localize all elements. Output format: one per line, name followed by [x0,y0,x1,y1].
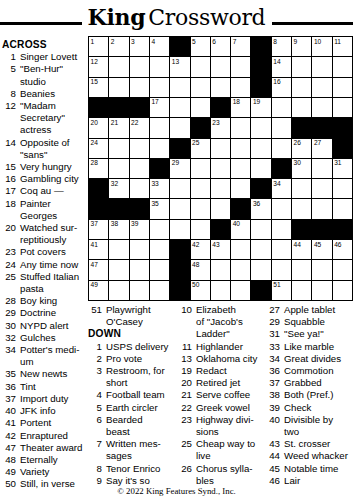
grid-cell-r4c10[interactable] [272,98,292,118]
grid-cell-r7c2[interactable] [109,159,129,179]
grid-cell-r1c12[interactable]: 10 [312,37,332,57]
grid-cell-r3c4[interactable] [150,78,170,98]
clue-item: 15Very hungry [2,161,88,173]
clue-number: 23 [178,414,196,426]
clue-number: 51 [88,304,106,316]
grid-cell-r5c3[interactable]: 22 [130,118,150,138]
grid-cell-r7c9[interactable] [251,159,271,179]
black-cell-r10c11 [292,220,312,240]
grid-cell-r11c1[interactable]: 41 [89,240,109,260]
clue-number: 22 [178,402,196,414]
grid-cell-r7c3[interactable] [130,159,150,179]
grid-cell-r5c2[interactable]: 21 [109,118,129,138]
grid-cell-r9c10[interactable] [272,199,292,219]
grid-cell-r1c13[interactable]: 11 [333,37,353,57]
cell-number: 23 [212,119,219,126]
grid-cell-r8c5[interactable] [170,179,190,199]
clue-number: 12 [2,100,20,112]
black-cell-r10c7 [211,220,231,240]
clue-item: 3Restroom, for short [88,365,177,389]
clue-item: 5"Ben-Hur" studio [2,63,88,87]
grid-cell-r12c3[interactable] [130,260,150,280]
grid-cell-r2c5[interactable]: 13 [170,57,190,77]
grid-cell-r1c3[interactable]: 3 [130,37,150,57]
grid-cell-r12c10[interactable] [272,260,292,280]
grid-cell-r11c10[interactable] [272,240,292,260]
clue-text: Watched sur- reptitiously [20,222,86,246]
grid-cell-r6c6[interactable]: 25 [191,139,211,159]
clue-text: Serve coffee [196,389,262,401]
black-cell-r9c3 [130,199,150,219]
grid-cell-r11c3[interactable] [130,240,150,260]
clue-item: 39Check [266,402,353,414]
clue-text: Painter Georges [20,198,86,222]
clue-text: "Ben-Hur" studio [20,63,86,87]
grid-cell-r3c5[interactable] [170,78,190,98]
clue-text: Any time now [20,259,86,271]
grid-cell-r12c1[interactable]: 47 [89,260,109,280]
grid-cell-r3c8[interactable] [231,78,251,98]
clue-item: 34Potter's medi- um [2,344,88,368]
clue-text: Tint [20,381,86,393]
grid-cell-r7c1[interactable]: 28 [89,159,109,179]
grid-cell-r12c8[interactable] [231,260,251,280]
clue-number: 30 [2,320,20,332]
clue-number: 10 [178,304,196,316]
black-cell-r5c12 [312,118,332,138]
grid-cell-r12c11[interactable] [292,260,312,280]
cell-number: 29 [172,159,179,166]
clue-text: St. crosser [284,438,350,450]
cell-number: 48 [192,261,199,268]
grid-cell-r13c4[interactable] [150,281,170,301]
cell-number: 43 [212,241,219,248]
grid-cell-r9c9[interactable]: 36 [251,199,271,219]
grid-cell-r6c3[interactable] [130,139,150,159]
crossword-page: KingCrossword ACROSS 1Singer Lovett5"Ben… [0,0,353,500]
clue-number: 25 [2,271,20,283]
clue-text: Pot covers [20,246,86,258]
grid-cell-r5c4[interactable] [150,118,170,138]
grid-cell-r2c7[interactable] [211,57,231,77]
clue-text: Portent [20,417,86,429]
grid-cell-r10c8[interactable]: 40 [231,220,251,240]
clue-number: 24 [2,259,20,271]
grid-cell-r13c11[interactable] [292,281,312,301]
clue-item: 38Both (Pref.) [266,389,353,401]
clue-text: Bearded beast [106,414,169,438]
clue-text: Oklahoma city [196,353,262,365]
grid-cell-r8c7[interactable] [211,179,231,199]
grid-cell-r6c11[interactable]: 26 [292,139,312,159]
grid-cell-r8c11[interactable] [292,179,312,199]
clue-item: 33Like marble [266,341,353,353]
grid-cell-r12c4[interactable] [150,260,170,280]
clue-number: 29 [2,307,20,319]
clue-number: 13 [178,353,196,365]
clue-text: Very hungry [20,161,86,173]
clue-number: 47 [2,442,20,454]
grid-cell-r2c6[interactable] [191,57,211,77]
clue-text: Restroom, for short [106,365,169,389]
clue-item: 35New newts [2,368,88,380]
grid-cell-r13c3[interactable] [130,281,150,301]
clue-item: 29Squabble [266,316,353,328]
grid-cell-r3c7[interactable] [211,78,231,98]
grid-cell-r5c8[interactable] [231,118,251,138]
grid-cell-r5c7[interactable]: 23 [211,118,231,138]
across-clues-column: ACROSS 1Singer Lovett5"Ben-Hur" studio8B… [2,39,88,491]
clue-item: 24Any time now [2,259,88,271]
grid-cell-r9c7[interactable] [211,199,231,219]
cell-number: 17 [151,98,158,105]
grid-cell-r3c11[interactable] [292,78,312,98]
grid-cell-r7c7[interactable] [211,159,231,179]
black-cell-r1c5 [170,37,190,57]
clue-item: 48Eternally [2,454,88,466]
clue-text: Doctrine [20,307,86,319]
black-cell-r4c7 [211,98,231,118]
black-cell-r13c9 [251,281,271,301]
cell-number: 40 [233,220,240,227]
black-cell-r10c12 [312,220,332,240]
clue-text: Highway divi- sions [196,414,262,438]
black-cell-r9c8 [231,199,251,219]
grid-cell-r6c9[interactable] [251,139,271,159]
grid-cell-r6c4[interactable] [150,139,170,159]
grid-cell-r10c1[interactable]: 37 [89,220,109,240]
cell-number: 14 [273,58,280,65]
grid-cell-r13c12[interactable] [312,281,332,301]
grid-cell-r7c6[interactable] [191,159,211,179]
cell-number: 22 [131,119,138,126]
cell-number: 35 [151,200,158,207]
black-cell-r12c5 [170,260,190,280]
grid-cell-r1c4[interactable]: 4 [150,37,170,57]
grid-cell-r10c6[interactable] [191,220,211,240]
clue-item: 16Gambling city [2,173,88,185]
cell-number: 12 [91,58,98,65]
grid-cell-r3c3[interactable] [130,78,150,98]
grid-cell-r8c12[interactable] [312,179,332,199]
grid-cell-r7c12[interactable] [312,159,332,179]
clue-number: 19 [178,365,196,377]
clue-number: 40 [266,414,284,426]
grid-cell-r4c5[interactable] [170,98,190,118]
clue-number: 29 [266,316,284,328]
black-cell-r8c1 [89,179,109,199]
grid-cell-r2c8[interactable] [231,57,251,77]
cell-number: 10 [314,38,321,45]
grid-cell-r12c9[interactable] [251,260,271,280]
clue-item: 40Divisible by two [266,414,353,438]
cell-number: 45 [314,241,321,248]
clue-item: 22Greek vowel [178,402,265,414]
cell-number: 47 [91,261,98,268]
grid-cell-r8c2[interactable]: 32 [109,179,129,199]
grid-cell-r2c2[interactable] [109,57,129,77]
grid-cell-r4c13[interactable] [333,98,353,118]
clue-text: "Madam Secretary" actress [20,100,86,137]
clue-number: 41 [2,417,20,429]
clue-item: 8Tenor Enrico [88,463,177,475]
clues-column-2: 51Playwright O'Casey DOWN 1USPS delivery… [88,304,177,487]
grid-cell-r12c2[interactable] [109,260,129,280]
clue-item: 2Pro vote [88,353,177,365]
grid-cell-r11c11[interactable]: 44 [292,240,312,260]
grid-cell-r5c1[interactable]: 20 [89,118,109,138]
clue-number: 20 [2,222,20,234]
black-cell-r4c1 [89,98,109,118]
grid-cell-r11c7[interactable]: 43 [211,240,231,260]
clue-item: 29Doctrine [2,307,88,319]
clue-number: 14 [2,137,20,149]
clue-number: 15 [2,161,20,173]
cell-number: 33 [151,180,158,187]
clue-number: 20 [178,377,196,389]
cell-number: 19 [253,98,260,105]
clue-text: Divisible by two [284,414,350,438]
grid-cell-r13c2[interactable] [109,281,129,301]
clue-item: 4Football team [88,389,177,401]
grid-cell-r8c8[interactable] [231,179,251,199]
clue-item: 5Earth circler [88,402,177,414]
cell-number: 15 [91,78,98,85]
clue-number: 16 [2,173,20,185]
clue-text: Weed whacker [284,450,350,462]
clue-item: 27Apple tablet [266,304,353,316]
grid-cell-r3c10[interactable]: 16 [272,78,292,98]
clue-text: Opposite of "sans" [20,137,86,161]
grid-cell-r13c6[interactable]: 50 [191,281,211,301]
grid-cell-r12c6[interactable]: 48 [191,260,211,280]
cell-number: 26 [294,139,301,146]
grid-cell-r6c8[interactable] [231,139,251,159]
clue-text: Earth circler [106,402,169,414]
cell-number: 5 [192,38,196,45]
black-cell-r13c5 [170,281,190,301]
grid-cell-r5c9[interactable] [251,118,271,138]
cell-number: 3 [131,38,135,45]
clue-item: 8Beanies [2,88,88,100]
grid-cell-r1c7[interactable]: 6 [211,37,231,57]
grid-cell-r4c6[interactable] [191,98,211,118]
grid-cell-r10c9[interactable] [251,220,271,240]
grid-cell-r7c11[interactable]: 30 [292,159,312,179]
clue-item: 47Theater award [2,442,88,454]
grid-cell-r1c2[interactable]: 2 [109,37,129,57]
grid-cell-r6c12[interactable]: 27 [312,139,332,159]
grid-cell-r10c10[interactable] [272,220,292,240]
clue-number: 31 [266,328,284,340]
grid-cell-r6c1[interactable]: 24 [89,139,109,159]
clue-number: 37 [2,393,20,405]
clue-number: 40 [2,405,20,417]
grid-cell-r2c4[interactable] [150,57,170,77]
clue-item: 37Import duty [2,393,88,405]
clue-text: Singer Lovett [20,51,86,63]
grid-cell-r11c6[interactable]: 42 [191,240,211,260]
grid-cell-r10c3[interactable]: 39 [130,220,150,240]
clue-number: 36 [266,365,284,377]
grid-cell-r13c10[interactable]: 51 [272,281,292,301]
cell-number: 39 [131,220,138,227]
clue-text: Both (Pref.) [284,389,350,401]
cell-number: 36 [253,200,260,207]
grid-cell-r3c1[interactable]: 15 [89,78,109,98]
clue-number: 8 [88,463,106,475]
clue-text: Pro vote [106,353,169,365]
clue-item: 23Pot covers [2,246,88,258]
crossword-grid: 1234567891011121314151617181920212223242… [88,36,353,301]
grid-cell-r10c4[interactable] [150,220,170,240]
grid-cell-r8c10[interactable]: 34 [272,179,292,199]
clue-text: Grabbed [284,377,350,389]
clue-text: Elizabeth of "Jacob's Ladder" [196,304,262,341]
grid-cell-r12c13[interactable] [333,260,353,280]
clue-number: 17 [2,185,20,197]
clue-text: Boy king [20,295,86,307]
grid-cell-r1c10[interactable]: 8 [272,37,292,57]
grid-cell-r9c5[interactable] [170,199,190,219]
grid-cell-r13c8[interactable] [231,281,251,301]
clue-number: 1 [88,341,106,353]
down-clue-list-3: 27Apple tablet29Squabble31"See ya!"33Lik… [266,304,353,487]
clue-number: 1 [2,51,20,63]
cell-number: 4 [151,38,155,45]
grid-cell-r4c11[interactable] [292,98,312,118]
grid-cell-r9c12[interactable] [312,199,332,219]
clue-item: 31"See ya!" [266,328,353,340]
clue-number: 27 [266,304,284,316]
clue-text: Chorus sylla- bles [196,463,262,487]
grid-cell-r9c13[interactable] [333,199,353,219]
cell-number: 42 [192,241,199,248]
black-cell-r5c11 [292,118,312,138]
clue-number: 4 [88,389,106,401]
clue-item: 32Gulches [2,332,88,344]
grid-cell-r1c1[interactable]: 1 [89,37,109,57]
grid-cell-r6c7[interactable] [211,139,231,159]
title-rest: Crossword [148,5,265,30]
clue-item: 20Watched sur- reptitiously [2,222,88,246]
grid-cell-r13c1[interactable]: 49 [89,281,109,301]
grid-cell-r6c10[interactable] [272,139,292,159]
grid-cell-r13c7[interactable] [211,281,231,301]
grid-cell-r4c12[interactable] [312,98,332,118]
clue-text: New newts [20,368,86,380]
clue-number: 23 [2,246,20,258]
black-cell-r4c2 [109,98,129,118]
grid-cell-r7c5[interactable]: 29 [170,159,190,179]
clue-number: 32 [2,332,20,344]
grid-cell-r3c2[interactable] [109,78,129,98]
grid-cell-r2c1[interactable]: 12 [89,57,109,77]
grid-cell-r4c8[interactable]: 18 [231,98,251,118]
grid-cell-r1c6[interactable]: 5 [191,37,211,57]
grid-cell-r10c2[interactable]: 38 [109,220,129,240]
grid-cell-r6c2[interactable] [109,139,129,159]
grid-cell-r2c11[interactable] [292,57,312,77]
grid-cell-r13c13[interactable] [333,281,353,301]
grid-cell-r11c9[interactable] [251,240,271,260]
cell-number: 38 [111,220,118,227]
clue-number: 38 [266,389,284,401]
clue-item: 40JFK info [2,405,88,417]
grid-cell-r9c11[interactable] [292,199,312,219]
cell-number: 44 [294,241,301,248]
black-cell-r2c9 [251,57,271,77]
clue-text: Football team [106,389,169,401]
grid-cell-r7c13[interactable]: 31 [333,159,353,179]
black-cell-r5c13 [333,118,353,138]
clue-text: Greek vowel [196,402,262,414]
grid-cell-r8c6[interactable] [191,179,211,199]
grid-cell-r8c4[interactable]: 33 [150,179,170,199]
grid-cell-r11c12[interactable]: 45 [312,240,332,260]
grid-cell-r12c12[interactable] [312,260,332,280]
grid-cell-r5c10[interactable] [272,118,292,138]
across-clue-list: 1Singer Lovett5"Ben-Hur" studio8Beanies1… [2,51,88,490]
grid-cell-r11c8[interactable] [231,240,251,260]
grid-cell-r2c12[interactable] [312,57,332,77]
grid-cell-r4c4[interactable]: 17 [150,98,170,118]
grid-cell-r7c8[interactable] [231,159,251,179]
cell-number: 30 [294,159,301,166]
grid-cell-r5c5[interactable] [170,118,190,138]
clue-number: 49 [2,466,20,478]
grid-cell-r1c11[interactable]: 9 [292,37,312,57]
grid-cell-r3c13[interactable] [333,78,353,98]
grid-cell-r2c3[interactable] [130,57,150,77]
clue-number: 34 [266,353,284,365]
black-cell-r9c2 [109,199,129,219]
grid-cell-r4c9[interactable]: 19 [251,98,271,118]
clue-item: 10Elizabeth of "Jacob's Ladder" [178,304,265,341]
clue-item: 34Great divides [266,353,353,365]
grid-cell-r2c10[interactable]: 14 [272,57,292,77]
cell-number: 13 [172,58,179,65]
grid-cell-r11c13[interactable]: 46 [333,240,353,260]
grid-cell-r9c6[interactable] [191,199,211,219]
grid-cell-r2c13[interactable] [333,57,353,77]
clue-item: 44Weed whacker [266,450,353,462]
clue-text: Gambling city [20,173,86,185]
grid-cell-r3c12[interactable] [312,78,332,98]
clue-text: Highlander [196,341,262,353]
grid-cell-r12c7[interactable] [211,260,231,280]
black-cell-r5c6 [191,118,211,138]
grid-cell-r11c4[interactable] [150,240,170,260]
grid-cell-r1c8[interactable]: 7 [231,37,251,57]
clue-number: 36 [2,381,20,393]
cell-number: 25 [192,139,199,146]
clue-number: 44 [266,450,284,462]
grid-cell-r8c3[interactable] [130,179,150,199]
clue-item: 42Enraptured [2,430,88,442]
grid-cell-r8c13[interactable] [333,179,353,199]
clue-text: NYPD alert [20,320,86,332]
clue-text: Retired jet [196,377,262,389]
grid-cell-r11c2[interactable] [109,240,129,260]
clue-text: Redact [196,365,262,377]
clue-text: Stuffed Italian pasta [20,271,86,295]
grid-cell-r3c6[interactable] [191,78,211,98]
clue-number: 34 [2,344,20,356]
grid-cell-r9c4[interactable]: 35 [150,199,170,219]
grid-cell-r10c5[interactable] [170,220,190,240]
clue-text: Coq au — [20,185,86,197]
